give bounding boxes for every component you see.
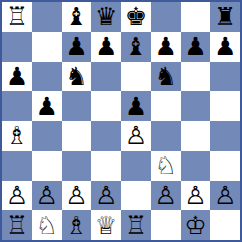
square-e7[interactable]: ♝ [121,32,151,62]
piece-black-rook: ♜ [214,4,236,29]
piece-black-pawn: ♟ [184,34,206,59]
square-b3[interactable] [32,151,62,181]
square-g2[interactable]: ♙ [181,181,211,211]
square-f3[interactable]: ♘ [151,151,181,181]
piece-white-pawn: ♙ [125,123,147,148]
square-g1[interactable]: ♔ [181,210,211,240]
square-a2[interactable]: ♙ [2,181,32,211]
square-a7[interactable] [2,32,32,62]
piece-white-pawn: ♙ [6,183,28,208]
piece-white-pawn: ♙ [35,183,57,208]
piece-white-rook: ♖ [125,213,147,238]
square-c7[interactable]: ♟ [62,32,92,62]
square-h7[interactable]: ♟ [210,32,240,62]
square-c1[interactable]: ♗ [62,210,92,240]
square-d7[interactable]: ♟ [91,32,121,62]
piece-black-king: ♚ [125,4,147,29]
piece-white-queen: ♕ [95,213,117,238]
square-b6[interactable] [32,62,62,92]
square-d6[interactable] [91,62,121,92]
square-g3[interactable] [181,151,211,181]
square-g8[interactable] [181,2,211,32]
square-b1[interactable]: ♘ [32,210,62,240]
square-c4[interactable] [62,121,92,151]
chess-board: ♖♝♛♚♜♟♟♝♟♟♟♟♞♞♟♟♗♙♘♙♙♙♙♙♙♙♖♘♗♕♖♔ [0,0,242,242]
piece-white-rook: ♖ [6,213,28,238]
square-d4[interactable] [91,121,121,151]
square-c2[interactable]: ♙ [62,181,92,211]
square-b5[interactable]: ♟ [32,91,62,121]
square-g4[interactable] [181,121,211,151]
square-a4[interactable]: ♗ [2,121,32,151]
square-c8[interactable]: ♝ [62,2,92,32]
piece-black-knight: ♞ [154,64,176,89]
square-h8[interactable]: ♜ [210,2,240,32]
piece-black-knight: ♞ [65,64,87,89]
square-f5[interactable] [151,91,181,121]
square-f6[interactable]: ♞ [151,62,181,92]
square-d5[interactable] [91,91,121,121]
piece-white-knight: ♘ [35,213,57,238]
square-a3[interactable] [2,151,32,181]
piece-black-pawn: ♟ [35,94,57,119]
piece-black-pawn: ♟ [65,34,87,59]
piece-white-pawn: ♙ [95,183,117,208]
piece-white-bishop: ♗ [65,213,87,238]
square-a1[interactable]: ♖ [2,210,32,240]
piece-black-pawn: ♟ [214,34,236,59]
piece-black-pawn: ♟ [95,34,117,59]
square-h5[interactable] [210,91,240,121]
square-e5[interactable]: ♟ [121,91,151,121]
square-c3[interactable] [62,151,92,181]
piece-black-bishop: ♝ [65,4,87,29]
square-a8[interactable]: ♖ [2,2,32,32]
piece-black-pawn: ♟ [6,64,28,89]
piece-white-pawn: ♙ [184,183,206,208]
square-f1[interactable] [151,210,181,240]
piece-white-pawn: ♙ [214,183,236,208]
square-h1[interactable] [210,210,240,240]
square-h4[interactable] [210,121,240,151]
piece-black-pawn: ♟ [154,34,176,59]
square-a6[interactable]: ♟ [2,62,32,92]
piece-white-king: ♔ [184,213,206,238]
square-d8[interactable]: ♛ [91,2,121,32]
square-b4[interactable] [32,121,62,151]
square-d1[interactable]: ♕ [91,210,121,240]
square-e3[interactable] [121,151,151,181]
square-f2[interactable]: ♙ [151,181,181,211]
square-d2[interactable]: ♙ [91,181,121,211]
square-f8[interactable] [151,2,181,32]
square-e8[interactable]: ♚ [121,2,151,32]
square-f7[interactable]: ♟ [151,32,181,62]
square-g5[interactable] [181,91,211,121]
square-c6[interactable]: ♞ [62,62,92,92]
square-h3[interactable] [210,151,240,181]
piece-white-knight: ♘ [154,153,176,178]
piece-black-pawn: ♟ [125,94,147,119]
square-g6[interactable] [181,62,211,92]
square-e2[interactable] [121,181,151,211]
square-h6[interactable] [210,62,240,92]
piece-white-rook: ♖ [6,4,28,29]
square-c5[interactable] [62,91,92,121]
square-f4[interactable] [151,121,181,151]
piece-white-bishop: ♗ [6,123,28,148]
square-g7[interactable]: ♟ [181,32,211,62]
square-b8[interactable] [32,2,62,32]
piece-black-queen: ♛ [95,4,117,29]
piece-white-pawn: ♙ [65,183,87,208]
square-d3[interactable] [91,151,121,181]
square-b7[interactable] [32,32,62,62]
square-e1[interactable]: ♖ [121,210,151,240]
square-h2[interactable]: ♙ [210,181,240,211]
square-a5[interactable] [2,91,32,121]
piece-white-pawn: ♙ [154,183,176,208]
piece-black-bishop: ♝ [125,34,147,59]
square-e6[interactable] [121,62,151,92]
square-e4[interactable]: ♙ [121,121,151,151]
square-b2[interactable]: ♙ [32,181,62,211]
